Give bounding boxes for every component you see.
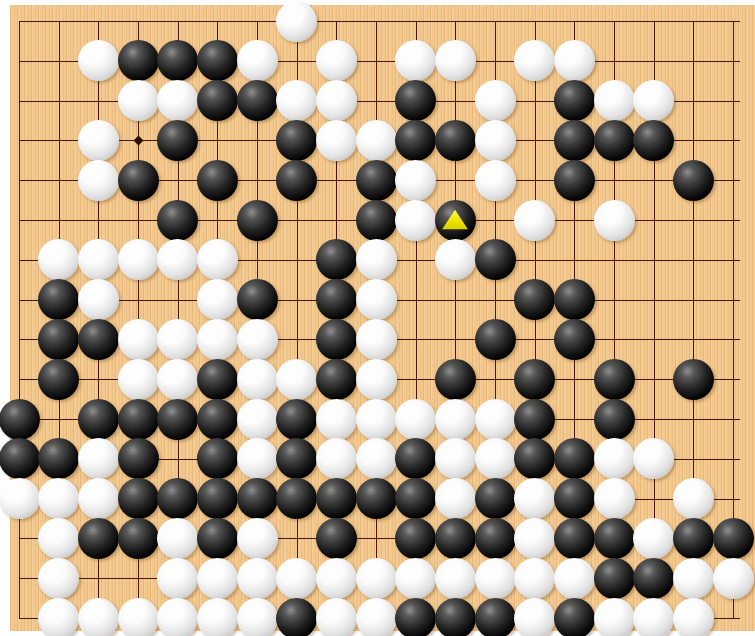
black-stone (316, 319, 357, 360)
black-stone (594, 399, 635, 440)
black-stone (157, 478, 198, 519)
white-stone (356, 558, 397, 599)
white-stone (78, 40, 119, 81)
black-stone (475, 518, 516, 559)
white-stone (78, 160, 119, 201)
grid-line-horizontal (19, 21, 740, 22)
white-stone (157, 80, 198, 121)
white-stone (316, 598, 357, 636)
white-stone (673, 598, 714, 636)
black-stone (316, 478, 357, 519)
white-stone (356, 239, 397, 280)
white-stone (514, 518, 555, 559)
black-stone (356, 160, 397, 201)
black-stone (276, 399, 317, 440)
black-stone (395, 518, 436, 559)
white-stone (78, 279, 119, 320)
black-stone (554, 120, 595, 161)
white-stone (276, 359, 317, 400)
black-stone (0, 438, 40, 479)
white-stone (78, 120, 119, 161)
black-stone (554, 438, 595, 479)
black-stone (435, 359, 476, 400)
white-stone (157, 239, 198, 280)
black-stone (475, 239, 516, 280)
white-stone (157, 558, 198, 599)
black-stone (395, 120, 436, 161)
white-stone (0, 478, 40, 519)
white-stone (356, 279, 397, 320)
white-stone (514, 558, 555, 599)
black-stone (594, 518, 635, 559)
white-stone (435, 558, 476, 599)
black-stone (554, 80, 595, 121)
black-stone (276, 438, 317, 479)
white-stone (633, 598, 674, 636)
black-stone (38, 319, 79, 360)
black-stone (356, 200, 397, 241)
black-stone (237, 478, 278, 519)
white-stone (237, 399, 278, 440)
black-stone (475, 478, 516, 519)
white-stone (78, 598, 119, 636)
white-stone (356, 598, 397, 636)
white-stone (118, 598, 159, 636)
black-stone (197, 160, 238, 201)
black-stone (395, 478, 436, 519)
white-stone (38, 478, 79, 519)
white-stone (475, 399, 516, 440)
white-stone (316, 558, 357, 599)
white-stone (157, 598, 198, 636)
white-stone (514, 40, 555, 81)
white-stone (395, 399, 436, 440)
black-stone (118, 160, 159, 201)
black-stone (118, 438, 159, 479)
white-stone (554, 558, 595, 599)
black-stone (276, 478, 317, 519)
white-stone (237, 558, 278, 599)
white-stone (356, 399, 397, 440)
black-stone (554, 319, 595, 360)
white-stone (38, 239, 79, 280)
black-stone (276, 160, 317, 201)
white-stone (118, 359, 159, 400)
white-stone (514, 478, 555, 519)
black-stone (38, 438, 79, 479)
black-stone (316, 518, 357, 559)
black-stone (118, 478, 159, 519)
white-stone (713, 558, 754, 599)
white-stone (78, 438, 119, 479)
white-stone (594, 478, 635, 519)
white-stone (435, 399, 476, 440)
go-client-window (0, 0, 755, 636)
black-stone (435, 518, 476, 559)
white-stone (554, 40, 595, 81)
white-stone (633, 80, 674, 121)
white-stone (316, 399, 357, 440)
black-stone (514, 438, 555, 479)
white-stone (435, 438, 476, 479)
black-stone (197, 359, 238, 400)
black-stone (554, 478, 595, 519)
black-stone (276, 598, 317, 636)
white-stone (395, 40, 436, 81)
grid-line-vertical (19, 21, 20, 619)
white-stone (356, 319, 397, 360)
black-stone (554, 598, 595, 636)
white-stone (237, 319, 278, 360)
white-stone (395, 200, 436, 241)
black-stone (475, 319, 516, 360)
white-stone (475, 120, 516, 161)
white-stone (435, 40, 476, 81)
white-stone (197, 239, 238, 280)
black-stone (157, 200, 198, 241)
black-stone (514, 399, 555, 440)
white-stone (633, 438, 674, 479)
white-stone (316, 80, 357, 121)
white-stone (38, 558, 79, 599)
black-stone (316, 279, 357, 320)
white-stone (237, 359, 278, 400)
black-stone (316, 359, 357, 400)
white-stone (356, 438, 397, 479)
black-stone (713, 518, 754, 559)
white-stone (118, 239, 159, 280)
white-stone (157, 359, 198, 400)
white-stone (38, 598, 79, 636)
white-stone (237, 518, 278, 559)
black-stone (475, 598, 516, 636)
white-stone (157, 518, 198, 559)
black-stone (673, 518, 714, 559)
white-stone (78, 239, 119, 280)
white-stone (237, 40, 278, 81)
black-stone (38, 279, 79, 320)
black-stone (157, 399, 198, 440)
white-stone (633, 518, 674, 559)
white-stone (237, 438, 278, 479)
white-stone (316, 438, 357, 479)
white-stone (237, 598, 278, 636)
white-stone (316, 40, 357, 81)
black-stone (118, 40, 159, 81)
black-stone (594, 120, 635, 161)
black-stone (435, 598, 476, 636)
white-stone (475, 558, 516, 599)
black-stone (514, 279, 555, 320)
white-stone (197, 319, 238, 360)
white-stone (197, 558, 238, 599)
white-stone (197, 279, 238, 320)
white-stone (514, 598, 555, 636)
black-stone (197, 438, 238, 479)
black-stone (554, 279, 595, 320)
black-stone (673, 160, 714, 201)
white-stone (514, 200, 555, 241)
white-stone (276, 558, 317, 599)
black-stone (78, 518, 119, 559)
black-stone (395, 438, 436, 479)
black-stone (78, 399, 119, 440)
black-stone (0, 399, 40, 440)
white-stone (594, 598, 635, 636)
black-stone (395, 598, 436, 636)
white-stone (594, 438, 635, 479)
black-stone (197, 518, 238, 559)
white-stone (395, 558, 436, 599)
white-stone (356, 120, 397, 161)
black-stone (118, 518, 159, 559)
black-stone (78, 319, 119, 360)
black-stone (554, 518, 595, 559)
black-stone (157, 40, 198, 81)
black-stone (237, 80, 278, 121)
white-stone (475, 438, 516, 479)
black-stone (197, 40, 238, 81)
white-stone (435, 239, 476, 280)
black-stone (237, 279, 278, 320)
white-stone (594, 80, 635, 121)
white-stone (594, 200, 635, 241)
white-stone (475, 80, 516, 121)
white-stone (435, 478, 476, 519)
black-stone (356, 478, 397, 519)
black-stone (197, 399, 238, 440)
black-stone (118, 399, 159, 440)
black-stone (633, 120, 674, 161)
black-stone (594, 359, 635, 400)
black-stone (157, 120, 198, 161)
black-stone (197, 478, 238, 519)
black-stone (673, 359, 714, 400)
white-stone (157, 319, 198, 360)
white-stone (276, 1, 317, 42)
white-stone (673, 478, 714, 519)
black-stone (237, 200, 278, 241)
board-overlay (0, 0, 755, 636)
black-stone (633, 558, 674, 599)
white-stone (316, 120, 357, 161)
white-stone (356, 359, 397, 400)
white-stone (395, 160, 436, 201)
white-stone (118, 319, 159, 360)
white-stone (197, 598, 238, 636)
white-stone (475, 160, 516, 201)
black-stone (395, 80, 436, 121)
hoshi-point (134, 136, 144, 146)
white-stone (78, 478, 119, 519)
black-stone (514, 359, 555, 400)
black-stone (276, 120, 317, 161)
black-stone (554, 160, 595, 201)
black-stone (435, 120, 476, 161)
white-stone (118, 80, 159, 121)
white-stone (38, 518, 79, 559)
black-stone (594, 558, 635, 599)
black-stone (38, 359, 79, 400)
white-stone (276, 80, 317, 121)
black-stone (316, 239, 357, 280)
black-stone (197, 80, 238, 121)
white-stone (673, 558, 714, 599)
